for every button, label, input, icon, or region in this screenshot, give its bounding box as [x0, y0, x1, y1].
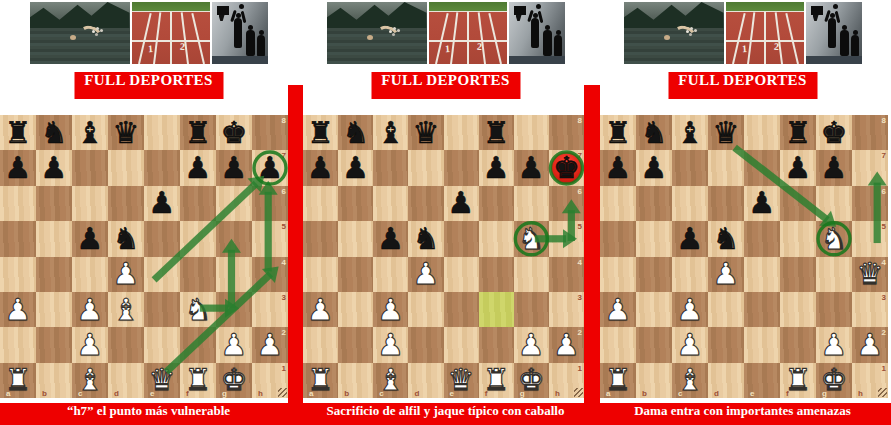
square-b5 [36, 221, 72, 256]
square-a1: ♜a [303, 363, 338, 398]
square-f5 [479, 221, 514, 256]
chess-board-1: ♜♞♝♛♜♚8♟♟♟♟♟7♟6♟♞5♟4♟♟♝♞3♟♟♟2♜ab♝cd♛e♜f♚… [0, 115, 288, 398]
piece-white-pawn: ♟ [72, 327, 108, 362]
player-silhouette [828, 18, 836, 48]
square-a2 [600, 327, 636, 362]
file-label: a [309, 389, 313, 398]
hoop-net [813, 15, 819, 21]
piece-white-pawn: ♟ [216, 327, 252, 362]
swimming-photo [30, 2, 130, 64]
square-c5: ♟ [373, 221, 408, 256]
rank-label: 8 [578, 116, 582, 125]
lane-line [764, 12, 766, 64]
square-g2: ♟ [216, 327, 252, 362]
square-d7 [108, 150, 144, 185]
piece-black-knight: ♞ [708, 221, 744, 256]
square-g4 [816, 257, 852, 292]
lane-line [785, 13, 799, 64]
piece-black-pawn: ♟ [216, 150, 252, 185]
square-e5 [744, 221, 780, 256]
track-photo: 1 2 [429, 2, 507, 64]
piece-black-rook: ♜ [479, 115, 514, 150]
square-d4: ♟ [408, 257, 443, 292]
player-silhouette [543, 30, 552, 56]
piece-white-pawn: ♟ [672, 327, 708, 362]
square-c7 [373, 150, 408, 185]
square-a4 [600, 257, 636, 292]
piece-white-pawn: ♟ [0, 292, 36, 327]
player-head [853, 30, 858, 35]
lane-number-1: 1 [147, 43, 153, 54]
square-b1: b [36, 363, 72, 398]
square-e7 [444, 150, 479, 185]
square-b3 [636, 292, 672, 327]
square-h3: 3 [852, 292, 888, 327]
square-b5 [636, 221, 672, 256]
swimming-photo [327, 2, 427, 64]
square-c2: ♟ [672, 327, 708, 362]
piece-black-pawn: ♟ [672, 221, 708, 256]
square-c6 [373, 186, 408, 221]
square-d7 [708, 150, 744, 185]
rank-label: 5 [282, 222, 286, 231]
resize-handle-icon [278, 388, 287, 397]
square-e2 [744, 327, 780, 362]
piece-black-pawn: ♟ [744, 186, 780, 221]
rank-label: 2 [578, 328, 582, 337]
column-header-1: 1 2 FULL DEPORTES [0, 0, 297, 115]
file-label: h [555, 389, 560, 398]
square-b3 [338, 292, 373, 327]
piece-black-pawn: ♟ [444, 186, 479, 221]
square-f2 [479, 327, 514, 362]
square-a6 [0, 186, 36, 221]
square-a8: ♜ [600, 115, 636, 150]
square-e4 [744, 257, 780, 292]
rank-label: 1 [882, 364, 886, 373]
piece-black-knight: ♞ [108, 221, 144, 256]
player-head [545, 25, 550, 30]
square-b4 [36, 257, 72, 292]
lane-line [747, 12, 755, 64]
player-silhouette [554, 35, 562, 57]
piece-black-knight: ♞ [338, 115, 373, 150]
square-d7 [408, 150, 443, 185]
piece-white-bishop: ♝ [108, 292, 144, 327]
lane-line [467, 12, 469, 64]
square-d4: ♟ [108, 257, 144, 292]
rank-label: 6 [882, 187, 886, 196]
square-g2: ♟ [514, 327, 549, 362]
square-f1: ♜f [780, 363, 816, 398]
piece-black-bishop: ♝ [373, 115, 408, 150]
square-g5: ♞ [816, 221, 852, 256]
file-label: a [6, 389, 10, 398]
square-c2: ♟ [373, 327, 408, 362]
square-h6: 6 [852, 186, 888, 221]
square-c1: ♝c [373, 363, 408, 398]
square-d3 [408, 292, 443, 327]
rank-label: 7 [282, 151, 286, 160]
square-h7: ♚7 [549, 150, 584, 185]
square-b7: ♟ [338, 150, 373, 185]
square-d6 [408, 186, 443, 221]
splash [389, 30, 392, 33]
square-b2 [338, 327, 373, 362]
rank-label: 2 [882, 328, 886, 337]
column-header-3: 1 2 FULL DEPORTES [594, 0, 891, 115]
piece-black-king: ♚ [216, 115, 252, 150]
square-d1: d [708, 363, 744, 398]
piece-black-pawn: ♟ [180, 150, 216, 185]
square-a5 [0, 221, 36, 256]
square-b8: ♞ [636, 115, 672, 150]
file-label: e [150, 389, 154, 398]
square-f8: ♜ [479, 115, 514, 150]
square-f2 [780, 327, 816, 362]
rank-label: 7 [578, 151, 582, 160]
square-c7 [672, 150, 708, 185]
square-h3: 3 [252, 292, 288, 327]
mountains [327, 2, 427, 31]
basketball-photo [509, 2, 565, 64]
square-c1: ♝c [672, 363, 708, 398]
full-deportes-banner: FULL DEPORTES [74, 72, 223, 99]
square-c8: ♝ [373, 115, 408, 150]
square-g3 [816, 292, 852, 327]
square-a1: ♜a [600, 363, 636, 398]
rank-label: 6 [578, 187, 582, 196]
piece-black-rook: ♜ [780, 115, 816, 150]
square-g1: ♚g [216, 363, 252, 398]
square-c7 [72, 150, 108, 185]
square-d8: ♛ [708, 115, 744, 150]
square-c2: ♟ [72, 327, 108, 362]
square-a2 [0, 327, 36, 362]
square-c4 [672, 257, 708, 292]
square-b6 [636, 186, 672, 221]
square-g8 [514, 115, 549, 150]
square-b2 [36, 327, 72, 362]
square-d1: d [408, 363, 443, 398]
lane-line [180, 12, 188, 64]
square-c6 [672, 186, 708, 221]
player-head [842, 25, 847, 30]
square-f8: ♜ [180, 115, 216, 150]
square-a6 [600, 186, 636, 221]
player-head [259, 30, 264, 35]
square-d8: ♛ [108, 115, 144, 150]
square-h4: 4 [549, 257, 584, 292]
file-label: g [222, 389, 227, 398]
hoop-net [219, 15, 225, 21]
square-g5 [216, 221, 252, 256]
square-a8: ♜ [0, 115, 36, 150]
square-e6: ♟ [744, 186, 780, 221]
rank-label: 8 [882, 116, 886, 125]
square-h4: 4 [252, 257, 288, 292]
resize-handle-icon [878, 388, 887, 397]
piece-white-knight: ♞ [180, 292, 216, 327]
square-g7: ♟ [514, 150, 549, 185]
rank-label: 7 [882, 151, 886, 160]
piece-black-pawn: ♟ [600, 150, 636, 185]
track-photo: 1 2 [726, 2, 804, 64]
square-g7: ♟ [816, 150, 852, 185]
square-c6 [72, 186, 108, 221]
sea [806, 56, 862, 64]
track-line [429, 40, 507, 42]
square-b7: ♟ [636, 150, 672, 185]
file-label: g [822, 389, 827, 398]
square-h6: 6 [549, 186, 584, 221]
square-e4 [444, 257, 479, 292]
square-h5: 5 [549, 221, 584, 256]
square-b5 [338, 221, 373, 256]
grass [726, 2, 804, 12]
file-label: b [42, 389, 47, 398]
rank-label: 8 [282, 116, 286, 125]
square-f4 [780, 257, 816, 292]
player-silhouette [234, 18, 242, 48]
piece-black-pawn: ♟ [144, 186, 180, 221]
square-h3: 3 [549, 292, 584, 327]
square-f3 [780, 292, 816, 327]
square-b6 [36, 186, 72, 221]
player-head [556, 30, 561, 35]
piece-black-rook: ♜ [0, 115, 36, 150]
square-c4 [373, 257, 408, 292]
square-b1: b [636, 363, 672, 398]
piece-black-rook: ♜ [600, 115, 636, 150]
square-a7: ♟ [303, 150, 338, 185]
piece-white-pawn: ♟ [672, 292, 708, 327]
square-d5: ♞ [108, 221, 144, 256]
piece-black-pawn: ♟ [636, 150, 672, 185]
square-a6 [303, 186, 338, 221]
square-c4 [72, 257, 108, 292]
piece-black-pawn: ♟ [514, 150, 549, 185]
square-f5 [180, 221, 216, 256]
square-f5 [780, 221, 816, 256]
piece-black-knight: ♞ [408, 221, 443, 256]
square-g8: ♚ [216, 115, 252, 150]
chess-board-panel-3: ♜♞♝♛♜♚8♟♟♟♟7♟6♟♞♞5♟♛4♟♟3♟♟♟2♜ab♝cde♜f♚gh… [600, 115, 888, 398]
player-head [248, 25, 253, 30]
swimmer-head [367, 35, 373, 40]
lane-line [450, 12, 458, 64]
square-a1: ♜a [0, 363, 36, 398]
square-g3 [514, 292, 549, 327]
square-f4 [479, 257, 514, 292]
rank-label: 2 [282, 328, 286, 337]
square-f6 [479, 186, 514, 221]
square-h5: 5 [852, 221, 888, 256]
piece-white-pawn: ♟ [600, 292, 636, 327]
piece-white-pawn: ♟ [408, 257, 443, 292]
square-a4 [303, 257, 338, 292]
piece-white-pawn: ♟ [373, 292, 408, 327]
square-b7: ♟ [36, 150, 72, 185]
sports-photo-strip: 1 2 [624, 2, 862, 64]
square-e8 [444, 115, 479, 150]
grass [429, 2, 507, 12]
file-label: f [786, 389, 789, 398]
file-label: d [114, 389, 119, 398]
file-label: b [642, 389, 647, 398]
red-divider-2 [584, 85, 600, 425]
chess-board-3: ♜♞♝♛♜♚8♟♟♟♟7♟6♟♞♞5♟♛4♟♟3♟♟♟2♜ab♝cde♜f♚gh… [600, 115, 888, 398]
square-d2 [708, 327, 744, 362]
caption-2: Sacrificio de alfil y jaque típico con c… [297, 403, 594, 419]
file-label: e [450, 389, 454, 398]
sea [212, 56, 268, 64]
square-g7: ♟ [216, 150, 252, 185]
square-h8: 8 [852, 115, 888, 150]
square-b4 [338, 257, 373, 292]
file-label: d [414, 389, 419, 398]
square-b4 [636, 257, 672, 292]
square-c1: ♝c [72, 363, 108, 398]
square-a3: ♟ [0, 292, 36, 327]
square-c8: ♝ [672, 115, 708, 150]
piece-white-pawn: ♟ [72, 292, 108, 327]
square-g4 [216, 257, 252, 292]
piece-white-pawn: ♟ [373, 327, 408, 362]
rank-label: 4 [578, 258, 582, 267]
square-g5: ♞ [514, 221, 549, 256]
piece-black-queen: ♛ [708, 115, 744, 150]
piece-black-pawn: ♟ [0, 150, 36, 185]
piece-white-knight: ♞ [514, 221, 549, 256]
square-d8: ♛ [408, 115, 443, 150]
player-head [830, 13, 835, 18]
square-c5: ♟ [672, 221, 708, 256]
rank-label: 4 [882, 258, 886, 267]
square-h2: ♟2 [549, 327, 584, 362]
rank-label: 5 [882, 222, 886, 231]
square-a8: ♜ [303, 115, 338, 150]
swimming-photo [624, 2, 724, 64]
track-line [132, 40, 210, 42]
square-c3: ♟ [373, 292, 408, 327]
square-a7: ♟ [0, 150, 36, 185]
square-d6 [108, 186, 144, 221]
square-g6 [816, 186, 852, 221]
square-h5: 5 [252, 221, 288, 256]
square-c3: ♟ [72, 292, 108, 327]
basketball-photo [806, 2, 862, 64]
lane-number-1: 1 [444, 43, 450, 54]
square-a2 [303, 327, 338, 362]
square-g2: ♟ [816, 327, 852, 362]
square-e7 [144, 150, 180, 185]
mountains [30, 2, 130, 31]
square-c8: ♝ [72, 115, 108, 150]
chess-board-2: ♜♞♝♛♜8♟♟♟♟♚7♟6♟♞♞5♟4♟♟3♟♟♟2♜ab♝cd♛e♜f♚gh… [303, 115, 584, 398]
resize-handle-icon [574, 388, 583, 397]
square-d5: ♞ [408, 221, 443, 256]
square-g4 [514, 257, 549, 292]
square-g1: ♚g [514, 363, 549, 398]
piece-white-pawn: ♟ [708, 257, 744, 292]
file-label: f [186, 389, 189, 398]
square-g6 [216, 186, 252, 221]
lane-line [435, 13, 449, 64]
piece-black-pawn: ♟ [338, 150, 373, 185]
piece-black-pawn: ♟ [36, 150, 72, 185]
square-f8: ♜ [780, 115, 816, 150]
swimmer-head [70, 35, 76, 40]
track-photo: 1 2 [132, 2, 210, 64]
player-silhouette [246, 30, 255, 56]
piece-black-rook: ♜ [180, 115, 216, 150]
lane-line [488, 13, 502, 64]
square-a7: ♟ [600, 150, 636, 185]
square-e7 [744, 150, 780, 185]
player-head [533, 13, 538, 18]
square-f1: ♜f [479, 363, 514, 398]
square-d2 [108, 327, 144, 362]
full-deportes-banner: FULL DEPORTES [371, 72, 520, 99]
square-e3 [744, 292, 780, 327]
column-header-2: 1 2 FULL DEPORTES [297, 0, 594, 115]
square-a5 [600, 221, 636, 256]
square-e6: ♟ [444, 186, 479, 221]
square-b1: b [338, 363, 373, 398]
piece-black-bishop: ♝ [72, 115, 108, 150]
rank-label: 4 [282, 258, 286, 267]
file-label: c [379, 389, 383, 398]
player-silhouette [531, 18, 539, 48]
square-e1: ♛e [444, 363, 479, 398]
file-label: g [520, 389, 525, 398]
square-e3 [144, 292, 180, 327]
square-g6 [514, 186, 549, 221]
square-f1: ♜f [180, 363, 216, 398]
piece-black-pawn: ♟ [780, 150, 816, 185]
full-deportes-banner: FULL DEPORTES [668, 72, 817, 99]
square-b2 [636, 327, 672, 362]
square-e4 [144, 257, 180, 292]
lane-line [774, 12, 782, 64]
square-e2 [444, 327, 479, 362]
rank-label: 3 [882, 293, 886, 302]
file-label: d [714, 389, 719, 398]
file-label: c [678, 389, 682, 398]
player-head [236, 13, 241, 18]
chess-board-panel-1: ♜♞♝♛♜♚8♟♟♟♟♟7♟6♟♞5♟4♟♟♝♞3♟♟♟2♜ab♝cd♛e♜f♚… [0, 115, 288, 398]
sports-photo-strip: 1 2 [30, 2, 268, 64]
piece-black-pawn: ♟ [479, 150, 514, 185]
square-e3 [444, 292, 479, 327]
square-h6: 6 [252, 186, 288, 221]
lane-number-1: 1 [741, 43, 747, 54]
file-label: h [258, 389, 263, 398]
square-f7: ♟ [780, 150, 816, 185]
square-b3 [36, 292, 72, 327]
square-f2 [180, 327, 216, 362]
square-f6 [780, 186, 816, 221]
square-a3: ♟ [303, 292, 338, 327]
file-label: h [858, 389, 863, 398]
square-h8: 8 [252, 115, 288, 150]
piece-black-knight: ♞ [36, 115, 72, 150]
file-label: f [485, 389, 488, 398]
player-silhouette [257, 35, 265, 57]
square-d3 [708, 292, 744, 327]
splash [92, 30, 95, 33]
